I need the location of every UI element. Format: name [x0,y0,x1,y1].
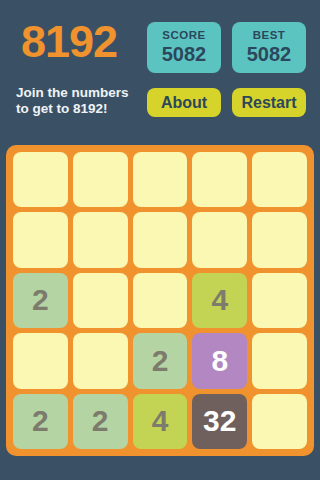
empty-cell-r3c0 [13,333,68,388]
score-box: SCORE 5082 [147,22,221,73]
tile-4-r2c3: 4 [192,273,247,328]
empty-cell-r0c2 [133,152,188,207]
empty-cell-r0c1 [73,152,128,207]
empty-cell-r3c1 [73,333,128,388]
restart-button[interactable]: Restart [232,88,306,117]
empty-cell-r3c4 [252,333,307,388]
empty-cell-r2c4 [252,273,307,328]
empty-cell-r1c2 [133,212,188,267]
subtitle-line-1: Join the numbers [16,85,156,101]
best-label: BEST [253,29,286,41]
empty-cell-r1c0 [13,212,68,267]
empty-cell-r2c1 [73,273,128,328]
empty-cell-r1c1 [73,212,128,267]
tile-8-r3c3: 8 [192,333,247,388]
game-title: 8192 [21,18,117,66]
best-box: BEST 5082 [232,22,306,73]
tile-2-r3c2: 2 [133,333,188,388]
tile-2-r2c0: 2 [13,273,68,328]
empty-cell-r1c3 [192,212,247,267]
tile-32-r4c3: 32 [192,394,247,449]
empty-cell-r4c4 [252,394,307,449]
subtitle-line-2: to get to 8192! [16,101,156,117]
empty-cell-r0c3 [192,152,247,207]
score-label: SCORE [162,29,205,41]
tile-4-r4c2: 4 [133,394,188,449]
tile-2-r4c1: 2 [73,394,128,449]
empty-cell-r1c4 [252,212,307,267]
best-value: 5082 [247,43,292,66]
empty-cell-r2c2 [133,273,188,328]
game-subtitle: Join the numbers to get to 8192! [16,85,156,116]
game-board[interactable]: 242822432 [6,145,314,456]
empty-cell-r0c0 [13,152,68,207]
about-button[interactable]: About [147,88,221,117]
empty-cell-r0c4 [252,152,307,207]
game-app: 8192 SCORE 5082 BEST 5082 Join the numbe… [0,0,320,480]
tile-2-r4c0: 2 [13,394,68,449]
score-value: 5082 [162,43,207,66]
score-panel: SCORE 5082 BEST 5082 [147,22,306,73]
button-row: About Restart [147,88,306,117]
